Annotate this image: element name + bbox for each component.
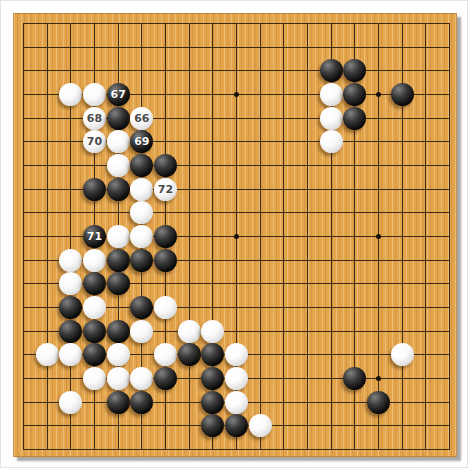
move-number-label: 66 (130, 107, 153, 130)
black-stone (130, 249, 153, 272)
black-stone (83, 343, 106, 366)
white-stone (83, 83, 106, 106)
white-stone: 66 (130, 107, 153, 130)
white-stone (225, 391, 248, 414)
white-stone (391, 343, 414, 366)
grid-line-vertical (307, 23, 308, 450)
go-diagram-page: 67686670697271 (0, 0, 468, 468)
star-point (376, 234, 381, 239)
move-number-label: 67 (107, 83, 130, 106)
black-stone (225, 414, 248, 437)
black-stone (107, 107, 130, 130)
white-stone (83, 249, 106, 272)
star-point (376, 376, 381, 381)
go-board[interactable]: 67686670697271 (13, 13, 457, 457)
star-point (376, 92, 381, 97)
black-stone (201, 414, 224, 437)
white-stone (154, 296, 177, 319)
grid-line-vertical (260, 23, 261, 450)
black-stone (391, 83, 414, 106)
white-stone (59, 272, 82, 295)
black-stone (83, 272, 106, 295)
black-stone (130, 154, 153, 177)
black-stone (59, 320, 82, 343)
white-stone (59, 249, 82, 272)
white-stone (59, 83, 82, 106)
white-stone (83, 296, 106, 319)
black-stone (343, 367, 366, 390)
move-number-label: 69 (130, 130, 153, 153)
move-number-label: 71 (83, 225, 106, 248)
white-stone (130, 201, 153, 224)
white-stone: 72 (154, 178, 177, 201)
black-stone (201, 367, 224, 390)
black-stone (178, 343, 201, 366)
white-stone (107, 130, 130, 153)
white-stone (130, 320, 153, 343)
black-stone (83, 320, 106, 343)
black-stone (130, 391, 153, 414)
white-stone (107, 154, 130, 177)
black-stone (59, 296, 82, 319)
grid-line-horizontal (23, 449, 450, 450)
white-stone (178, 320, 201, 343)
move-number-label: 68 (83, 107, 106, 130)
star-point (234, 234, 239, 239)
white-stone (83, 367, 106, 390)
black-stone: 71 (83, 225, 106, 248)
white-stone (130, 178, 153, 201)
move-number-label: 70 (83, 130, 106, 153)
black-stone (343, 83, 366, 106)
black-stone (83, 178, 106, 201)
white-stone (107, 367, 130, 390)
white-stone (225, 367, 248, 390)
black-stone (130, 296, 153, 319)
black-stone (343, 107, 366, 130)
move-number-label: 72 (154, 178, 177, 201)
grid-line-vertical (283, 23, 284, 450)
white-stone (59, 343, 82, 366)
white-stone (107, 343, 130, 366)
black-stone (320, 59, 343, 82)
black-stone: 67 (107, 83, 130, 106)
black-stone (107, 391, 130, 414)
white-stone (225, 343, 248, 366)
white-stone (249, 414, 272, 437)
white-stone: 68 (83, 107, 106, 130)
star-point (234, 92, 239, 97)
white-stone (320, 107, 343, 130)
black-stone: 69 (130, 130, 153, 153)
grid-line-vertical (449, 23, 450, 450)
black-stone (343, 59, 366, 82)
black-stone (107, 272, 130, 295)
black-stone (201, 391, 224, 414)
black-stone (154, 367, 177, 390)
white-stone (154, 343, 177, 366)
white-stone (107, 225, 130, 248)
black-stone (107, 320, 130, 343)
grid-line-vertical (425, 23, 426, 450)
black-stone (154, 154, 177, 177)
black-stone (154, 225, 177, 248)
white-stone (201, 320, 224, 343)
white-stone (320, 130, 343, 153)
white-stone (130, 367, 153, 390)
black-stone (154, 249, 177, 272)
black-stone (107, 178, 130, 201)
white-stone (59, 391, 82, 414)
black-stone (201, 343, 224, 366)
white-stone (320, 83, 343, 106)
white-stone (36, 343, 59, 366)
white-stone: 70 (83, 130, 106, 153)
black-stone (367, 391, 390, 414)
black-stone (107, 249, 130, 272)
white-stone (130, 225, 153, 248)
